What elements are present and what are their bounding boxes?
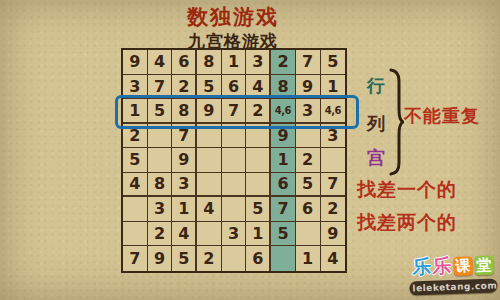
cell-r4c5[interactable]	[222, 124, 247, 149]
cell-r4c2[interactable]	[148, 124, 173, 149]
cell-r6c2[interactable]: 8	[148, 173, 173, 198]
cell-r6c8[interactable]: 5	[296, 173, 321, 198]
cell-r2c2[interactable]: 7	[148, 75, 173, 100]
cell-r9c4[interactable]: 2	[197, 246, 222, 271]
cell-r7c3[interactable]: 1	[172, 197, 197, 222]
cell-r3c1[interactable]: 1	[123, 99, 148, 124]
cell-r3c3[interactable]: 8	[172, 99, 197, 124]
cell-r5c6[interactable]	[246, 148, 271, 173]
cell-r2c4[interactable]: 5	[197, 75, 222, 100]
cell-r4c8[interactable]	[296, 124, 321, 149]
cell-r6c4[interactable]	[197, 173, 222, 198]
cell-r1c7[interactable]: 2	[271, 50, 296, 75]
cell-r5c7[interactable]: 1	[271, 148, 296, 173]
cell-r8c4[interactable]	[197, 222, 222, 247]
cell-r8c8[interactable]	[296, 222, 321, 247]
cell-r9c5[interactable]	[222, 246, 247, 271]
cell-r2c3[interactable]: 2	[172, 75, 197, 100]
cell-r4c6[interactable]	[246, 124, 271, 149]
cell-r4c3[interactable]: 7	[172, 124, 197, 149]
page-title: 数独游戏	[0, 3, 466, 31]
cell-r5c4[interactable]	[197, 148, 222, 173]
cell-r9c8[interactable]: 1	[296, 246, 321, 271]
cell-r9c3[interactable]: 5	[172, 246, 197, 271]
box-label: 宫	[367, 146, 385, 170]
cell-r7c2[interactable]: 3	[148, 197, 173, 222]
header: 数独游戏 九宫格游戏	[0, 3, 466, 53]
cell-r9c9[interactable]: 4	[321, 246, 346, 271]
cell-r7c9[interactable]: 2	[321, 197, 346, 222]
cell-r4c4[interactable]	[197, 124, 222, 149]
cell-r6c6[interactable]	[246, 173, 271, 198]
cell-r3c5[interactable]: 7	[222, 99, 247, 124]
cell-r7c5[interactable]	[222, 197, 247, 222]
logo-char-tang: 堂	[474, 255, 494, 275]
cell-r2c9[interactable]: 1	[321, 75, 346, 100]
cell-r5c8[interactable]: 2	[296, 148, 321, 173]
cell-r7c4[interactable]: 4	[197, 197, 222, 222]
cell-r8c1[interactable]	[123, 222, 148, 247]
logo-char-ke: 课	[453, 256, 473, 276]
cell-r2c1[interactable]: 3	[123, 75, 148, 100]
cell-r9c7[interactable]	[271, 246, 296, 271]
cell-r4c9[interactable]: 3	[321, 124, 346, 149]
hint-find-one-missing: 找差一个的	[357, 177, 457, 203]
sudoku-board: 9468132753725648911589724,634,6279359124…	[121, 48, 347, 273]
cell-r8c7[interactable]: 5	[271, 222, 296, 247]
cell-r1c5[interactable]: 1	[222, 50, 247, 75]
cell-r8c9[interactable]: 9	[321, 222, 346, 247]
logo-char-le1: 乐	[412, 254, 432, 281]
brace-icon	[388, 68, 404, 180]
cell-r3c7[interactable]: 4,6	[271, 99, 296, 124]
cell-r3c4[interactable]: 9	[197, 99, 222, 124]
cell-r7c6[interactable]: 5	[246, 197, 271, 222]
cell-r6c1[interactable]: 4	[123, 173, 148, 198]
cell-r3c9[interactable]: 4,6	[321, 99, 346, 124]
cell-r9c1[interactable]: 7	[123, 246, 148, 271]
logo-domain: leleketang.com	[409, 278, 497, 295]
cell-r5c3[interactable]: 9	[172, 148, 197, 173]
cell-r7c7[interactable]: 7	[271, 197, 296, 222]
cell-r8c5[interactable]: 3	[222, 222, 247, 247]
cell-r5c9[interactable]	[321, 148, 346, 173]
cell-r7c1[interactable]	[123, 197, 148, 222]
cell-r3c6[interactable]: 2	[246, 99, 271, 124]
hint-find-two-missing: 找差两个的	[357, 210, 457, 236]
cell-r8c6[interactable]: 1	[246, 222, 271, 247]
logo-char-le2: 乐	[432, 253, 452, 280]
cell-r1c1[interactable]: 9	[123, 50, 148, 75]
cell-r1c3[interactable]: 6	[172, 50, 197, 75]
cell-r5c5[interactable]	[222, 148, 247, 173]
leleketang-logo: 乐 乐 课 堂 leleketang.com	[408, 251, 497, 295]
cell-r9c2[interactable]: 9	[148, 246, 173, 271]
cell-r1c4[interactable]: 8	[197, 50, 222, 75]
cell-r5c2[interactable]	[148, 148, 173, 173]
cell-r3c8[interactable]: 3	[296, 99, 321, 124]
cell-r2c5[interactable]: 6	[222, 75, 247, 100]
cell-r6c9[interactable]: 7	[321, 173, 346, 198]
cell-r4c7[interactable]: 9	[271, 124, 296, 149]
cell-r9c6[interactable]: 6	[246, 246, 271, 271]
cell-r2c8[interactable]: 9	[296, 75, 321, 100]
cell-r7c8[interactable]: 6	[296, 197, 321, 222]
cell-r1c9[interactable]: 5	[321, 50, 346, 75]
cell-r8c2[interactable]: 2	[148, 222, 173, 247]
rule-no-repeat-text: 不能重复	[404, 104, 480, 128]
cell-r1c6[interactable]: 3	[246, 50, 271, 75]
cell-r1c2[interactable]: 4	[148, 50, 173, 75]
cell-r6c5[interactable]	[222, 173, 247, 198]
row-label: 行	[367, 74, 385, 98]
cell-r8c3[interactable]: 4	[172, 222, 197, 247]
logo-characters: 乐 乐 课 堂	[408, 251, 497, 280]
column-label: 列	[367, 112, 385, 136]
cell-r4c1[interactable]: 2	[123, 124, 148, 149]
cell-r5c1[interactable]: 5	[123, 148, 148, 173]
cell-r6c3[interactable]: 3	[172, 173, 197, 198]
cell-r3c2[interactable]: 5	[148, 99, 173, 124]
cell-r2c7[interactable]: 8	[271, 75, 296, 100]
cell-r2c6[interactable]: 4	[246, 75, 271, 100]
cell-r6c7[interactable]: 6	[271, 173, 296, 198]
cell-r1c8[interactable]: 7	[296, 50, 321, 75]
